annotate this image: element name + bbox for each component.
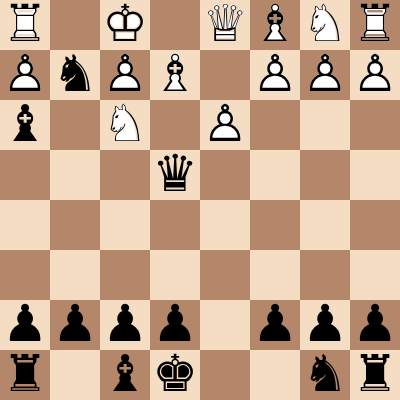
white-king: ♚♔ xyxy=(100,0,150,50)
white-rook-glyph: ♖ xyxy=(0,0,50,50)
white-pawn: ♟♙ xyxy=(100,50,150,100)
white-knight: ♞♘ xyxy=(100,100,150,150)
black-knight: ♞ xyxy=(300,350,350,400)
square-g5[interactable] xyxy=(50,200,100,250)
square-a2[interactable]: ♟♙ xyxy=(350,50,400,100)
black-pawn: ♟ xyxy=(350,300,400,350)
white-rook: ♜♖ xyxy=(0,0,50,50)
black-pawn: ♟ xyxy=(50,300,100,350)
square-f5[interactable] xyxy=(100,200,150,250)
square-g4[interactable] xyxy=(50,150,100,200)
square-e5[interactable] xyxy=(150,200,200,250)
square-d6[interactable] xyxy=(200,250,250,300)
white-pawn: ♟♙ xyxy=(0,50,50,100)
black-king: ♚ xyxy=(150,350,200,400)
square-h6[interactable] xyxy=(0,250,50,300)
chess-board: ♜♖♚♔♛♕♝♗♞♘♜♖♟♙♞♟♙♝♗♟♙♟♙♟♙♝♞♘♟♙♛♟♟♟♟♟♟♟♜♝… xyxy=(0,0,400,400)
square-f2[interactable]: ♟♙ xyxy=(100,50,150,100)
square-d1[interactable]: ♛♕ xyxy=(200,0,250,50)
square-c5[interactable] xyxy=(250,200,300,250)
square-f7[interactable]: ♟ xyxy=(100,300,150,350)
square-d2[interactable] xyxy=(200,50,250,100)
black-pawn-glyph: ♟ xyxy=(250,300,300,350)
square-c8[interactable] xyxy=(250,350,300,400)
square-f3[interactable]: ♞♘ xyxy=(100,100,150,150)
black-pawn: ♟ xyxy=(300,300,350,350)
white-knight-glyph: ♘ xyxy=(100,100,150,150)
black-rook: ♜ xyxy=(350,350,400,400)
square-a6[interactable] xyxy=(350,250,400,300)
square-e7[interactable]: ♟ xyxy=(150,300,200,350)
white-pawn-glyph: ♙ xyxy=(350,50,400,100)
square-b4[interactable] xyxy=(300,150,350,200)
black-pawn-glyph: ♟ xyxy=(300,300,350,350)
square-b1[interactable]: ♞♘ xyxy=(300,0,350,50)
white-king-glyph: ♔ xyxy=(100,0,150,50)
black-bishop-glyph: ♝ xyxy=(0,100,50,150)
white-knight-glyph: ♘ xyxy=(300,0,350,50)
black-queen: ♛ xyxy=(150,150,200,200)
square-a5[interactable] xyxy=(350,200,400,250)
square-g3[interactable] xyxy=(50,100,100,150)
square-h4[interactable] xyxy=(0,150,50,200)
square-c3[interactable] xyxy=(250,100,300,150)
square-e4[interactable]: ♛ xyxy=(150,150,200,200)
black-queen-glyph: ♛ xyxy=(150,150,200,200)
square-f4[interactable] xyxy=(100,150,150,200)
black-knight-glyph: ♞ xyxy=(300,350,350,400)
black-bishop-glyph: ♝ xyxy=(100,350,150,400)
square-b7[interactable]: ♟ xyxy=(300,300,350,350)
white-bishop: ♝♗ xyxy=(250,0,300,50)
square-e1[interactable] xyxy=(150,0,200,50)
black-pawn: ♟ xyxy=(0,300,50,350)
square-h1[interactable]: ♜♖ xyxy=(0,0,50,50)
white-pawn: ♟♙ xyxy=(200,100,250,150)
white-pawn-glyph: ♙ xyxy=(250,50,300,100)
square-b5[interactable] xyxy=(300,200,350,250)
black-bishop: ♝ xyxy=(0,100,50,150)
square-e6[interactable] xyxy=(150,250,200,300)
white-pawn: ♟♙ xyxy=(350,50,400,100)
square-h7[interactable]: ♟ xyxy=(0,300,50,350)
black-pawn-glyph: ♟ xyxy=(0,300,50,350)
white-pawn-glyph: ♙ xyxy=(300,50,350,100)
square-f8[interactable]: ♝ xyxy=(100,350,150,400)
black-rook: ♜ xyxy=(0,350,50,400)
white-bishop-glyph: ♗ xyxy=(250,0,300,50)
square-c2[interactable]: ♟♙ xyxy=(250,50,300,100)
square-e8[interactable]: ♚ xyxy=(150,350,200,400)
black-knight: ♞ xyxy=(50,50,100,100)
square-b3[interactable] xyxy=(300,100,350,150)
white-queen-glyph: ♕ xyxy=(200,0,250,50)
square-d5[interactable] xyxy=(200,200,250,250)
black-pawn-glyph: ♟ xyxy=(150,300,200,350)
black-knight-glyph: ♞ xyxy=(50,50,100,100)
white-rook-glyph: ♖ xyxy=(350,0,400,50)
black-pawn: ♟ xyxy=(250,300,300,350)
black-bishop: ♝ xyxy=(100,350,150,400)
square-g6[interactable] xyxy=(50,250,100,300)
square-b2[interactable]: ♟♙ xyxy=(300,50,350,100)
square-e2[interactable]: ♝♗ xyxy=(150,50,200,100)
white-pawn: ♟♙ xyxy=(300,50,350,100)
black-pawn-glyph: ♟ xyxy=(50,300,100,350)
white-knight: ♞♘ xyxy=(300,0,350,50)
white-pawn: ♟♙ xyxy=(250,50,300,100)
square-c4[interactable] xyxy=(250,150,300,200)
black-pawn: ♟ xyxy=(150,300,200,350)
black-pawn-glyph: ♟ xyxy=(100,300,150,350)
square-h3[interactable]: ♝ xyxy=(0,100,50,150)
white-pawn-glyph: ♙ xyxy=(100,50,150,100)
square-d4[interactable] xyxy=(200,150,250,200)
square-f6[interactable] xyxy=(100,250,150,300)
square-e3[interactable] xyxy=(150,100,200,150)
white-bishop: ♝♗ xyxy=(150,50,200,100)
square-b6[interactable] xyxy=(300,250,350,300)
square-g7[interactable]: ♟ xyxy=(50,300,100,350)
square-a1[interactable]: ♜♖ xyxy=(350,0,400,50)
black-pawn-glyph: ♟ xyxy=(350,300,400,350)
square-a3[interactable] xyxy=(350,100,400,150)
square-g2[interactable]: ♞ xyxy=(50,50,100,100)
square-f1[interactable]: ♚♔ xyxy=(100,0,150,50)
square-d8[interactable] xyxy=(200,350,250,400)
square-b8[interactable]: ♞ xyxy=(300,350,350,400)
white-rook: ♜♖ xyxy=(350,0,400,50)
square-a4[interactable] xyxy=(350,150,400,200)
square-d3[interactable]: ♟♙ xyxy=(200,100,250,150)
square-a8[interactable]: ♜ xyxy=(350,350,400,400)
white-bishop-glyph: ♗ xyxy=(150,50,200,100)
square-c1[interactable]: ♝♗ xyxy=(250,0,300,50)
square-h8[interactable]: ♜ xyxy=(0,350,50,400)
square-h5[interactable] xyxy=(0,200,50,250)
square-c6[interactable] xyxy=(250,250,300,300)
black-king-glyph: ♚ xyxy=(150,350,200,400)
black-pawn: ♟ xyxy=(100,300,150,350)
square-g8[interactable] xyxy=(50,350,100,400)
black-rook-glyph: ♜ xyxy=(0,350,50,400)
square-g1[interactable] xyxy=(50,0,100,50)
square-c7[interactable]: ♟ xyxy=(250,300,300,350)
square-h2[interactable]: ♟♙ xyxy=(0,50,50,100)
black-rook-glyph: ♜ xyxy=(350,350,400,400)
white-pawn-glyph: ♙ xyxy=(0,50,50,100)
white-pawn-glyph: ♙ xyxy=(200,100,250,150)
square-d7[interactable] xyxy=(200,300,250,350)
square-a7[interactable]: ♟ xyxy=(350,300,400,350)
white-queen: ♛♕ xyxy=(200,0,250,50)
